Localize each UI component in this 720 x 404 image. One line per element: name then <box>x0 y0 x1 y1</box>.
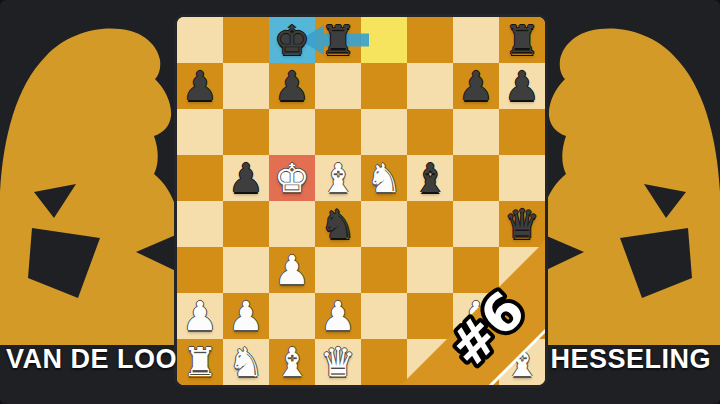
square-a6 <box>177 109 223 155</box>
piece-bP-a7: ♟ <box>177 63 223 109</box>
square-f8 <box>407 17 453 63</box>
square-b3 <box>223 247 269 293</box>
square-f4 <box>407 201 453 247</box>
piece-bP-g7: ♟ <box>453 63 499 109</box>
piece-wB-h1: ♝ <box>499 339 545 385</box>
piece-bB-f5: ♝ <box>407 155 453 201</box>
piece-wN-b1: ♞ <box>223 339 269 385</box>
square-c6 <box>269 109 315 155</box>
square-f6 <box>407 109 453 155</box>
square-b5: ♟ <box>223 155 269 201</box>
square-h7: ♟ <box>499 63 545 109</box>
player-name-black: HESSELING <box>550 344 711 375</box>
piece-wP-a2: ♟ <box>177 293 223 339</box>
piece-wP-b2: ♟ <box>223 293 269 339</box>
square-d7 <box>315 63 361 109</box>
piece-bP-h7: ♟ <box>499 63 545 109</box>
square-f5: ♝ <box>407 155 453 201</box>
square-a4 <box>177 201 223 247</box>
piece-wR-a1: ♜ <box>177 339 223 385</box>
square-c7: ♟ <box>269 63 315 109</box>
chess-board: ♚♜♜♟♟♟♟♟♚♝♞♝♞♛♟♟♟♟♟♜♞♝♛♝ #6 <box>174 14 548 388</box>
square-g4 <box>453 201 499 247</box>
square-b2: ♟ <box>223 293 269 339</box>
piece-bP-b5: ♟ <box>223 155 269 201</box>
square-h5 <box>499 155 545 201</box>
square-d1: ♛ <box>315 339 361 385</box>
square-e8 <box>361 17 407 63</box>
player-silhouette-left <box>0 20 178 336</box>
square-d4: ♞ <box>315 201 361 247</box>
square-e5: ♞ <box>361 155 407 201</box>
piece-wP-g2: ♟ <box>453 293 499 339</box>
square-d8: ♜ <box>315 17 361 63</box>
square-e7 <box>361 63 407 109</box>
piece-bP-c7: ♟ <box>269 63 315 109</box>
square-a1: ♜ <box>177 339 223 385</box>
square-a8 <box>177 17 223 63</box>
piece-wP-c3: ♟ <box>269 247 315 293</box>
square-g3 <box>453 247 499 293</box>
square-c8: ♚ <box>269 17 315 63</box>
square-a3 <box>177 247 223 293</box>
piece-bR-h8: ♜ <box>499 17 545 63</box>
square-a2: ♟ <box>177 293 223 339</box>
square-c4 <box>269 201 315 247</box>
square-f7 <box>407 63 453 109</box>
piece-bR-d8: ♜ <box>315 17 361 63</box>
square-d2: ♟ <box>315 293 361 339</box>
board-grid: ♚♜♜♟♟♟♟♟♚♝♞♝♞♛♟♟♟♟♟♜♞♝♛♝ <box>177 17 545 385</box>
piece-bK-c8: ♚ <box>269 17 315 63</box>
video-thumbnail: VAN DE LOO HESSELING ♚♜♜♟♟♟♟♟♚♝♞♝♞♛♟♟♟♟♟… <box>0 0 720 404</box>
square-b8 <box>223 17 269 63</box>
square-c3: ♟ <box>269 247 315 293</box>
square-f1 <box>407 339 453 385</box>
square-b6 <box>223 109 269 155</box>
square-h2 <box>499 293 545 339</box>
player-silhouette-right <box>542 20 720 336</box>
square-d6 <box>315 109 361 155</box>
square-h1: ♝ <box>499 339 545 385</box>
square-e1 <box>361 339 407 385</box>
square-g1 <box>453 339 499 385</box>
piece-wN-e5: ♞ <box>361 155 407 201</box>
square-c2 <box>269 293 315 339</box>
piece-wB-c1: ♝ <box>269 339 315 385</box>
piece-wK-c5: ♚ <box>269 155 315 201</box>
square-d5: ♝ <box>315 155 361 201</box>
square-g5 <box>453 155 499 201</box>
square-f3 <box>407 247 453 293</box>
square-h8: ♜ <box>499 17 545 63</box>
square-h6 <box>499 109 545 155</box>
square-e2 <box>361 293 407 339</box>
square-e6 <box>361 109 407 155</box>
square-h3 <box>499 247 545 293</box>
piece-bQ-h4: ♛ <box>499 201 545 247</box>
piece-wQ-d1: ♛ <box>315 339 361 385</box>
square-e3 <box>361 247 407 293</box>
square-c5: ♚ <box>269 155 315 201</box>
square-c1: ♝ <box>269 339 315 385</box>
square-b4 <box>223 201 269 247</box>
square-a5 <box>177 155 223 201</box>
square-b1: ♞ <box>223 339 269 385</box>
player-name-white: VAN DE LOO <box>6 344 177 375</box>
square-b7 <box>223 63 269 109</box>
piece-wP-d2: ♟ <box>315 293 361 339</box>
square-g6 <box>453 109 499 155</box>
square-a7: ♟ <box>177 63 223 109</box>
square-h4: ♛ <box>499 201 545 247</box>
square-f2 <box>407 293 453 339</box>
square-d3 <box>315 247 361 293</box>
square-g2: ♟ <box>453 293 499 339</box>
square-g7: ♟ <box>453 63 499 109</box>
square-e4 <box>361 201 407 247</box>
piece-wB-d5: ♝ <box>315 155 361 201</box>
piece-bN-d4: ♞ <box>315 201 361 247</box>
square-g8 <box>453 17 499 63</box>
